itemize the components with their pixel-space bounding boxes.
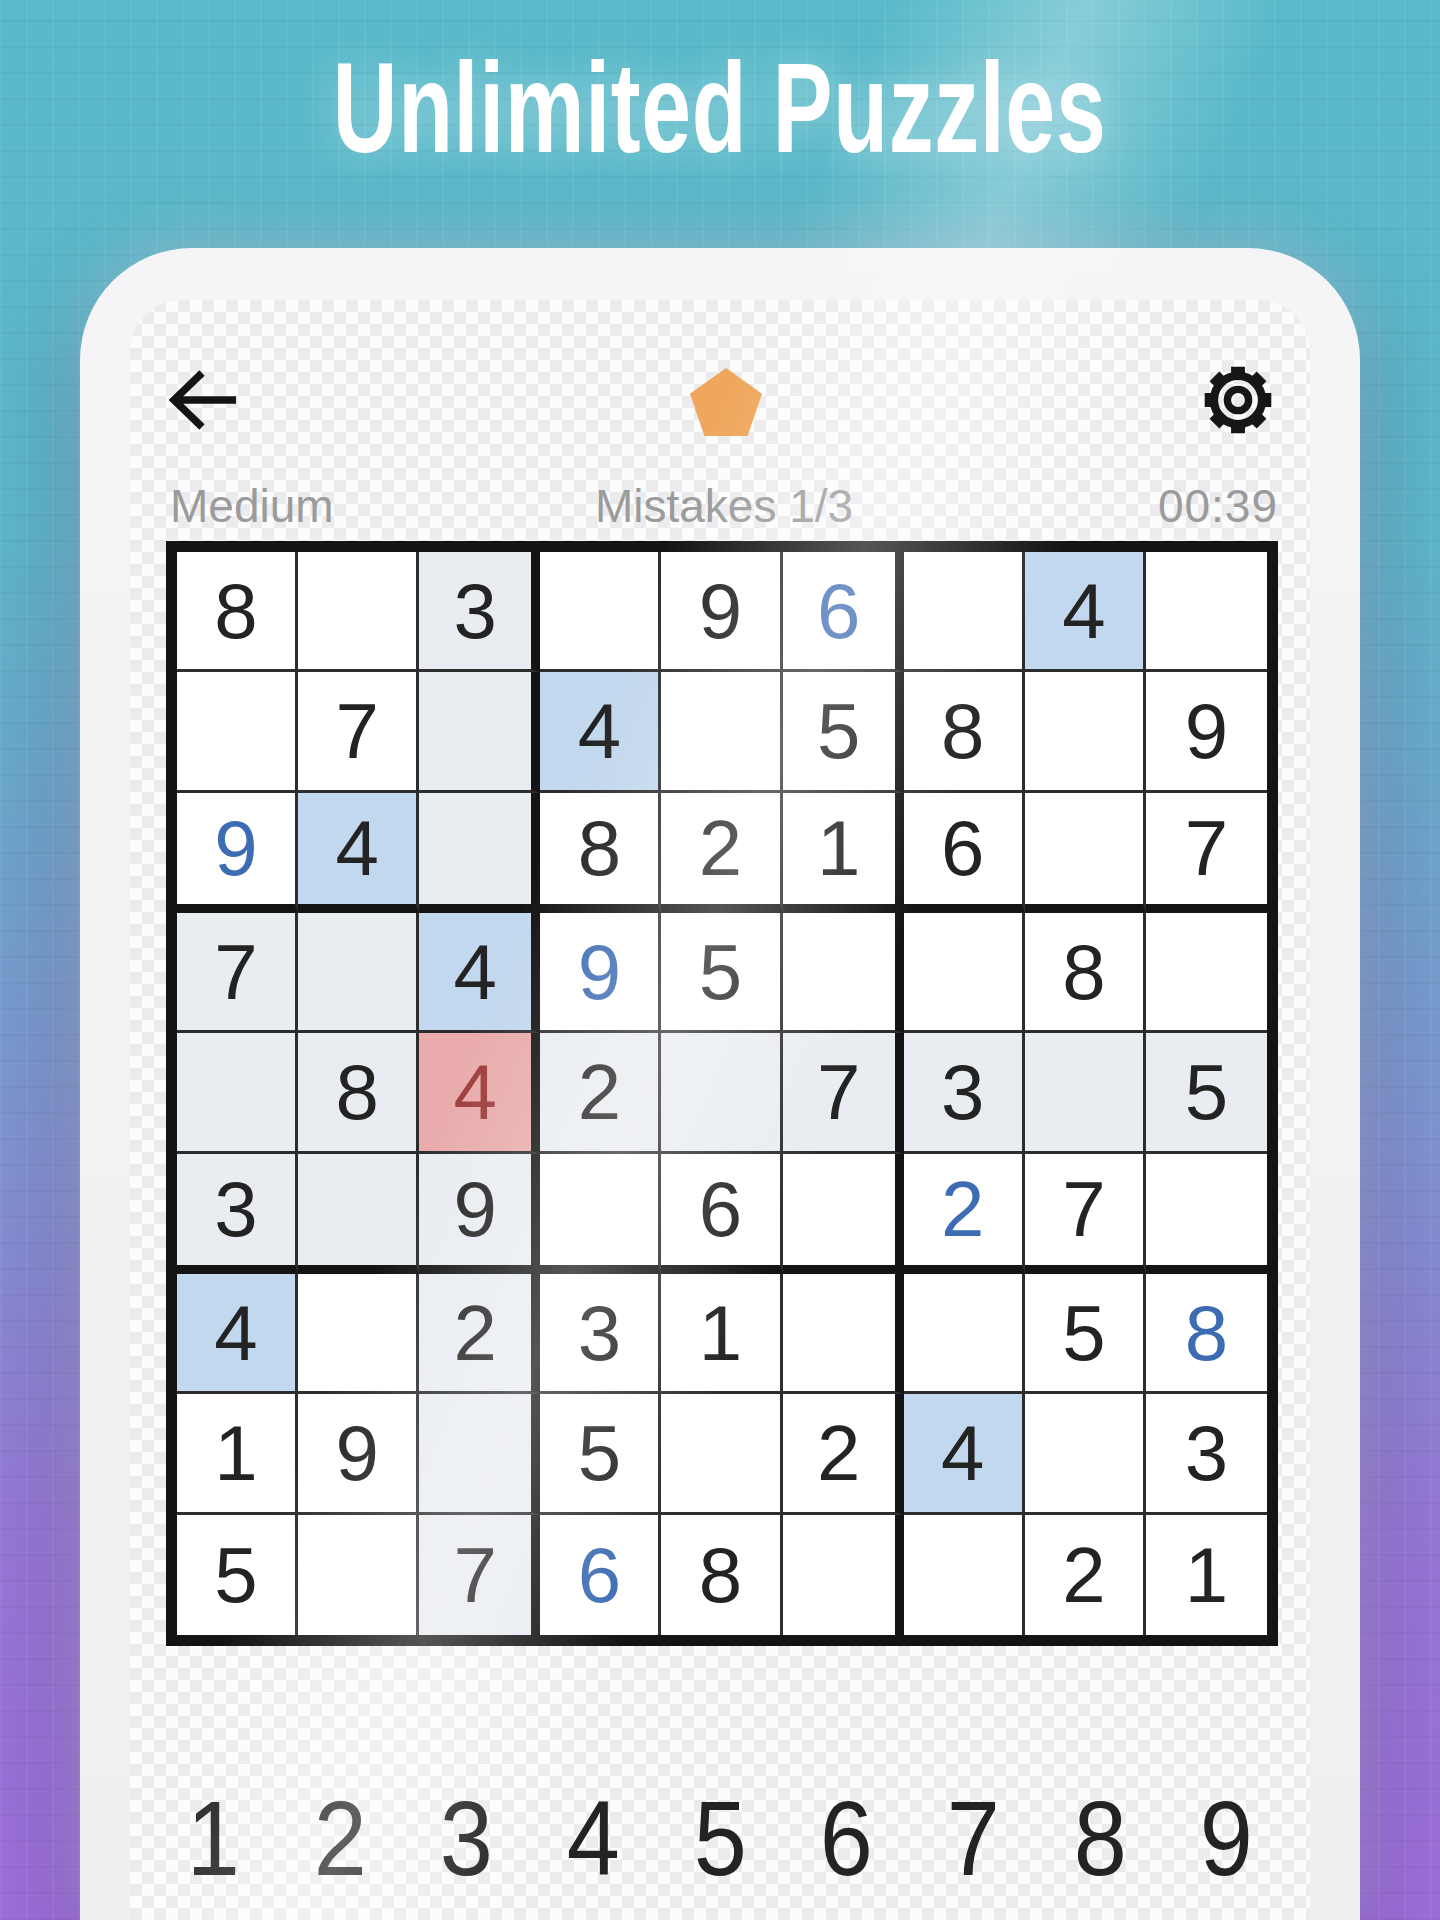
banner-title: Unlimited Puzzles [333,38,1107,179]
pad-key-1[interactable]: 1 [156,1778,270,1899]
number-pad: 123456789 [150,1762,1290,1914]
cell-r2c9[interactable]: 9 [1146,672,1267,792]
cell-r3c8[interactable] [1025,793,1146,913]
pad-key-2[interactable]: 2 [283,1778,397,1899]
cell-r7c8[interactable]: 5 [1025,1274,1146,1394]
cell-r4c1[interactable]: 7 [177,913,298,1033]
cell-r5c8[interactable] [1025,1033,1146,1153]
cell-r6c7[interactable]: 2 [904,1154,1025,1274]
cell-r6c8[interactable]: 7 [1025,1154,1146,1274]
cell-r5c9[interactable]: 5 [1146,1033,1267,1153]
cell-r6c3[interactable]: 9 [419,1154,540,1274]
cell-r4c6[interactable] [783,913,904,1033]
cell-r3c7[interactable]: 6 [904,793,1025,913]
cell-r1c9[interactable] [1146,552,1267,672]
cell-r1c7[interactable] [904,552,1025,672]
cell-r1c5[interactable]: 9 [661,552,782,672]
cell-r1c3[interactable]: 3 [419,552,540,672]
cell-r3c1[interactable]: 9 [177,793,298,913]
timer: 00:39 [1158,479,1278,533]
mistakes-counter: Mistakes 1/3 [595,479,853,533]
cell-r9c4[interactable]: 6 [540,1515,661,1635]
back-button[interactable] [164,367,242,433]
cell-r8c2[interactable]: 9 [298,1394,419,1514]
cell-r8c9[interactable]: 3 [1146,1394,1267,1514]
cell-r6c1[interactable]: 3 [177,1154,298,1274]
pad-key-3[interactable]: 3 [410,1778,524,1899]
cell-r2c1[interactable] [177,672,298,792]
cell-r9c6[interactable] [783,1515,904,1635]
back-arrow-icon [164,367,242,433]
cell-r1c4[interactable] [540,552,661,672]
cell-r1c8[interactable]: 4 [1025,552,1146,672]
cell-r5c3[interactable]: 4 [419,1033,540,1153]
pad-key-6[interactable]: 6 [790,1778,904,1899]
cell-r5c7[interactable]: 3 [904,1033,1025,1153]
cell-r7c6[interactable] [783,1274,904,1394]
cell-r9c9[interactable]: 1 [1146,1515,1267,1635]
cell-r8c4[interactable]: 5 [540,1394,661,1514]
cell-r4c4[interactable]: 9 [540,913,661,1033]
cell-r6c6[interactable] [783,1154,904,1274]
cell-r7c5[interactable]: 1 [661,1274,782,1394]
cell-r5c5[interactable] [661,1033,782,1153]
cell-r9c7[interactable] [904,1515,1025,1635]
pad-key-8[interactable]: 8 [1043,1778,1157,1899]
cell-r5c4[interactable]: 2 [540,1033,661,1153]
phone-mockup: Medium Mistakes 1/3 00:39 83964745899482… [80,248,1360,1920]
cell-r9c8[interactable]: 2 [1025,1515,1146,1635]
cell-r3c3[interactable] [419,793,540,913]
cell-r2c8[interactable] [1025,672,1146,792]
cell-r7c9[interactable]: 8 [1146,1274,1267,1394]
cell-r4c3[interactable]: 4 [419,913,540,1033]
pad-key-4[interactable]: 4 [536,1778,650,1899]
cell-r4c9[interactable] [1146,913,1267,1033]
cell-r4c5[interactable]: 5 [661,913,782,1033]
cell-r3c4[interactable]: 8 [540,793,661,913]
cell-r5c6[interactable]: 7 [783,1033,904,1153]
cell-r6c2[interactable] [298,1154,419,1274]
cell-r3c2[interactable]: 4 [298,793,419,913]
cell-r1c1[interactable]: 8 [177,552,298,672]
cell-r3c6[interactable]: 1 [783,793,904,913]
cell-r8c8[interactable] [1025,1394,1146,1514]
cell-r3c9[interactable]: 7 [1146,793,1267,913]
banner: Unlimited Puzzles [0,38,1440,179]
cell-r9c3[interactable]: 7 [419,1515,540,1635]
cell-r2c3[interactable] [419,672,540,792]
gear-icon [1201,363,1275,437]
cell-r2c7[interactable]: 8 [904,672,1025,792]
cell-r6c4[interactable] [540,1154,661,1274]
pentagon-icon[interactable] [690,368,762,436]
cell-r2c6[interactable]: 5 [783,672,904,792]
status-bar: Medium Mistakes 1/3 00:39 [170,476,1278,536]
difficulty-label: Medium [170,479,334,533]
cell-r4c2[interactable] [298,913,419,1033]
cell-r1c6[interactable]: 6 [783,552,904,672]
cell-r2c4[interactable]: 4 [540,672,661,792]
cell-r3c5[interactable]: 2 [661,793,782,913]
cell-r5c2[interactable]: 8 [298,1033,419,1153]
cell-r7c1[interactable]: 4 [177,1274,298,1394]
pad-key-5[interactable]: 5 [663,1778,777,1899]
sudoku-board: 8396474589948216774958842735396274231581… [166,541,1278,1646]
cell-r7c2[interactable] [298,1274,419,1394]
pad-key-7[interactable]: 7 [916,1778,1030,1899]
cell-r9c1[interactable]: 5 [177,1515,298,1635]
cell-r8c7[interactable]: 4 [904,1394,1025,1514]
cell-r7c7[interactable] [904,1274,1025,1394]
cell-r8c5[interactable] [661,1394,782,1514]
cell-r1c2[interactable] [298,552,419,672]
cell-r9c5[interactable]: 8 [661,1515,782,1635]
cell-r9c2[interactable] [298,1515,419,1635]
cell-r8c1[interactable]: 1 [177,1394,298,1514]
cell-r4c8[interactable]: 8 [1025,913,1146,1033]
cell-r8c6[interactable]: 2 [783,1394,904,1514]
cell-r8c3[interactable] [419,1394,540,1514]
cell-r6c9[interactable] [1146,1154,1267,1274]
screenshot-stage: Unlimited Puzzles [0,0,1440,1920]
phone-screen: Medium Mistakes 1/3 00:39 83964745899482… [130,300,1310,1920]
cell-r2c5[interactable] [661,672,782,792]
cell-r5c1[interactable] [177,1033,298,1153]
cell-r2c2[interactable]: 7 [298,672,419,792]
settings-button[interactable] [1201,363,1275,437]
cell-r7c3[interactable]: 2 [419,1274,540,1394]
cell-r4c7[interactable] [904,913,1025,1033]
cell-r6c5[interactable]: 6 [661,1154,782,1274]
pad-key-9[interactable]: 9 [1170,1778,1284,1899]
cell-r7c4[interactable]: 3 [540,1274,661,1394]
